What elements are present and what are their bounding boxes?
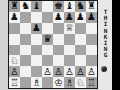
square-b1[interactable] bbox=[20, 77, 31, 88]
piece-white-queen-f6: ♕ bbox=[64, 23, 75, 34]
piece-black-rook-a8: ♜ bbox=[9, 1, 20, 12]
square-d6[interactable] bbox=[42, 23, 53, 34]
square-g6[interactable] bbox=[75, 23, 86, 34]
square-a7[interactable]: ♟ bbox=[9, 12, 20, 23]
square-a8[interactable]: ♜ bbox=[9, 1, 20, 12]
square-e2[interactable]: ♙ bbox=[53, 66, 64, 77]
square-e1[interactable]: ♔ bbox=[53, 77, 64, 88]
square-g2[interactable]: ♙ bbox=[75, 66, 86, 77]
square-b6[interactable] bbox=[20, 23, 31, 34]
status-sidebar: THINKING bbox=[98, 0, 112, 90]
chess-board: ♜♞♝♚♝♞♜♟♟♟♟♟♟♕♛♘♙♙♙♙♙♙♖♗♔♗♘♖ bbox=[8, 0, 98, 89]
piece-white-knight-g1: ♘ bbox=[75, 77, 86, 88]
piece-white-rook-a1: ♖ bbox=[9, 77, 20, 88]
screen-right-black-bar bbox=[112, 0, 120, 90]
square-h4[interactable] bbox=[86, 45, 97, 56]
square-g1[interactable]: ♘ bbox=[75, 77, 86, 88]
piece-white-pawn-e2: ♙ bbox=[53, 66, 64, 77]
square-f4[interactable] bbox=[64, 45, 75, 56]
square-d3[interactable] bbox=[42, 55, 53, 66]
piece-black-king-e8: ♚ bbox=[53, 1, 64, 12]
square-h2[interactable]: ♙ bbox=[86, 66, 97, 77]
square-f8[interactable]: ♝ bbox=[64, 1, 75, 12]
square-d1[interactable] bbox=[42, 77, 53, 88]
square-e7[interactable]: ♟ bbox=[53, 12, 64, 23]
piece-black-knight-b8: ♞ bbox=[20, 1, 31, 12]
square-b3[interactable] bbox=[20, 55, 31, 66]
square-d7[interactable] bbox=[42, 12, 53, 23]
square-b5[interactable] bbox=[20, 34, 31, 45]
piece-black-pawn-e7: ♟ bbox=[53, 12, 64, 23]
piece-black-pawn-a7: ♟ bbox=[9, 12, 20, 23]
square-e8[interactable]: ♚ bbox=[53, 1, 64, 12]
square-g4[interactable] bbox=[75, 45, 86, 56]
piece-black-pawn-c6: ♟ bbox=[31, 23, 42, 34]
square-a2[interactable]: ♙ bbox=[9, 66, 20, 77]
square-f7[interactable]: ♟ bbox=[64, 12, 75, 23]
square-a1[interactable]: ♖ bbox=[9, 77, 20, 88]
square-e3[interactable] bbox=[53, 55, 64, 66]
piece-white-knight-a3: ♘ bbox=[9, 55, 20, 66]
square-e6[interactable] bbox=[53, 23, 64, 34]
square-g8[interactable]: ♞ bbox=[75, 1, 86, 12]
piece-black-pawn-f7: ♟ bbox=[64, 12, 75, 23]
square-b2[interactable] bbox=[20, 66, 31, 77]
square-c2[interactable] bbox=[31, 66, 42, 77]
piece-white-pawn-h2: ♙ bbox=[86, 66, 97, 77]
square-a4[interactable] bbox=[9, 45, 20, 56]
piece-black-knight-g8: ♞ bbox=[75, 1, 86, 12]
square-c8[interactable]: ♝ bbox=[31, 1, 42, 12]
status-text-thinking: THINKING bbox=[101, 9, 110, 59]
square-d4[interactable] bbox=[42, 45, 53, 56]
square-f3[interactable] bbox=[64, 55, 75, 66]
board-grid: ♜♞♝♚♝♞♜♟♟♟♟♟♟♕♛♘♙♙♙♙♙♙♖♗♔♗♘♖ bbox=[9, 1, 97, 88]
square-d8[interactable] bbox=[42, 1, 53, 12]
square-e4[interactable] bbox=[53, 45, 64, 56]
square-f5[interactable] bbox=[64, 34, 75, 45]
square-h8[interactable]: ♜ bbox=[86, 1, 97, 12]
square-a5[interactable] bbox=[9, 34, 20, 45]
square-g5[interactable] bbox=[75, 34, 86, 45]
thinking-indicator-icon bbox=[101, 66, 107, 72]
square-d2[interactable]: ♙ bbox=[42, 66, 53, 77]
piece-white-pawn-g2: ♙ bbox=[75, 66, 86, 77]
square-h6[interactable] bbox=[86, 23, 97, 34]
piece-black-pawn-g7: ♟ bbox=[75, 12, 86, 23]
piece-black-queen-d5: ♛ bbox=[42, 34, 53, 45]
square-d5[interactable]: ♛ bbox=[42, 34, 53, 45]
piece-white-pawn-a2: ♙ bbox=[9, 66, 20, 77]
square-a3[interactable]: ♘ bbox=[9, 55, 20, 66]
piece-black-rook-h8: ♜ bbox=[86, 1, 97, 12]
square-h3[interactable] bbox=[86, 55, 97, 66]
piece-white-bishop-f1: ♗ bbox=[64, 77, 75, 88]
piece-black-bishop-f8: ♝ bbox=[64, 1, 75, 12]
square-f6[interactable]: ♕ bbox=[64, 23, 75, 34]
square-c4[interactable] bbox=[31, 45, 42, 56]
square-e5[interactable] bbox=[53, 34, 64, 45]
piece-white-pawn-f2: ♙ bbox=[64, 66, 75, 77]
square-b8[interactable]: ♞ bbox=[20, 1, 31, 12]
piece-white-bishop-c1: ♗ bbox=[31, 77, 42, 88]
piece-black-pawn-h7: ♟ bbox=[86, 12, 97, 23]
square-h5[interactable] bbox=[86, 34, 97, 45]
square-c5[interactable] bbox=[31, 34, 42, 45]
piece-white-king-e1: ♔ bbox=[53, 77, 64, 88]
square-c6[interactable]: ♟ bbox=[31, 23, 42, 34]
square-h7[interactable]: ♟ bbox=[86, 12, 97, 23]
piece-black-bishop-c8: ♝ bbox=[31, 1, 42, 12]
square-f1[interactable]: ♗ bbox=[64, 77, 75, 88]
square-h1[interactable]: ♖ bbox=[86, 77, 97, 88]
square-a6[interactable] bbox=[9, 23, 20, 34]
square-g3[interactable] bbox=[75, 55, 86, 66]
square-c7[interactable] bbox=[31, 12, 42, 23]
piece-white-pawn-d2: ♙ bbox=[42, 66, 53, 77]
status-letter: G bbox=[104, 52, 108, 58]
piece-white-rook-h1: ♖ bbox=[86, 77, 97, 88]
square-c3[interactable] bbox=[31, 55, 42, 66]
square-b7[interactable] bbox=[20, 12, 31, 23]
square-g7[interactable]: ♟ bbox=[75, 12, 86, 23]
square-c1[interactable]: ♗ bbox=[31, 77, 42, 88]
square-b4[interactable] bbox=[20, 45, 31, 56]
square-f2[interactable]: ♙ bbox=[64, 66, 75, 77]
